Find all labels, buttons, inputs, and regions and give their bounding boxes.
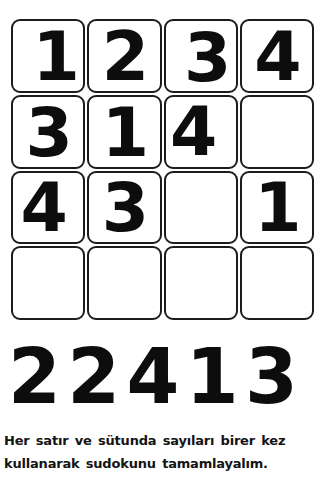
cell-digit: 1	[254, 174, 299, 242]
bank-digit-3[interactable]: 4	[127, 339, 180, 415]
instructions-line-1: Her satır ve sütunda sayıları birer kez	[4, 429, 326, 452]
cell-r1c4[interactable]: 4	[240, 19, 314, 93]
cell-r2c4[interactable]	[240, 95, 314, 169]
bank-digit-5[interactable]: 3	[245, 339, 298, 415]
cell-r1c3[interactable]: 3	[164, 19, 238, 93]
instructions-line-2: kullanarak sudokunu tamamlayalım.	[4, 452, 326, 475]
sudoku-board: 1234314431	[11, 19, 314, 320]
cell-digit: 4	[254, 23, 299, 91]
cell-r4c3[interactable]	[164, 246, 238, 320]
cell-digit: 4	[20, 174, 65, 242]
cell-digit: 2	[102, 23, 147, 91]
cell-digit: 4	[170, 98, 215, 166]
cell-r3c2[interactable]: 3	[87, 171, 161, 245]
cell-r2c3[interactable]: 4	[164, 95, 238, 169]
cell-digit: 3	[184, 24, 229, 92]
bank-digit-1[interactable]: 2	[8, 339, 61, 415]
cell-r2c2[interactable]: 1	[87, 95, 161, 169]
cell-r3c4[interactable]: 1	[240, 171, 314, 245]
cell-r4c4[interactable]	[240, 246, 314, 320]
cell-r1c2[interactable]: 2	[87, 19, 161, 93]
bank-digit-4[interactable]: 1	[186, 339, 239, 415]
cell-r3c3[interactable]	[164, 171, 238, 245]
cell-digit: 1	[102, 99, 147, 167]
instructions-text: Her satır ve sütunda sayıları birer kez …	[4, 429, 326, 475]
cell-r1c1[interactable]: 1	[11, 19, 85, 93]
cell-digit: 3	[25, 99, 70, 167]
cell-digit: 1	[32, 23, 77, 91]
bank-digit-2[interactable]: 2	[67, 339, 120, 415]
number-bank: 2 2 4 1 3	[8, 339, 298, 417]
cell-r4c1[interactable]	[11, 246, 85, 320]
cell-digit: 3	[102, 174, 147, 242]
cell-r4c2[interactable]	[87, 246, 161, 320]
worksheet-page: 1234314431 2 2 4 1 3 Her satır ve sütund…	[0, 0, 328, 480]
cell-r3c1[interactable]: 4	[11, 171, 85, 245]
cell-r2c1[interactable]: 3	[11, 95, 85, 169]
